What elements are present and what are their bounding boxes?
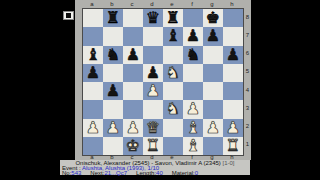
square-g3[interactable] bbox=[203, 100, 223, 118]
square-c8[interactable] bbox=[123, 9, 143, 27]
square-b3[interactable] bbox=[103, 100, 123, 118]
square-f7[interactable]: ♟ bbox=[183, 27, 203, 45]
info-no: No:543 bbox=[62, 170, 81, 176]
file-label-g: g bbox=[202, 0, 222, 8]
square-c3[interactable] bbox=[123, 100, 143, 118]
info-label: No: bbox=[62, 170, 71, 176]
square-e8[interactable]: ♜ bbox=[163, 9, 183, 27]
square-c2[interactable]: ♟ bbox=[123, 119, 143, 137]
square-h7[interactable] bbox=[223, 27, 243, 45]
black-pawn: ♟ bbox=[203, 27, 223, 45]
file-label-f: f bbox=[182, 0, 202, 8]
square-b2[interactable]: ♟ bbox=[103, 119, 123, 137]
square-h4[interactable] bbox=[223, 82, 243, 100]
info-label: Next: bbox=[90, 170, 104, 176]
square-h3[interactable] bbox=[223, 100, 243, 118]
rank-label-3: 3 bbox=[244, 105, 251, 111]
square-b4[interactable]: ♟ bbox=[103, 82, 123, 100]
square-e3[interactable]: ♞ bbox=[163, 100, 183, 118]
square-h5[interactable] bbox=[223, 64, 243, 82]
square-f6[interactable]: ♞ bbox=[183, 46, 203, 64]
rank-label-7: 7 bbox=[244, 32, 251, 38]
caption-bar: Onischuk, Alexander (2545) - Savon, Vlad… bbox=[60, 160, 250, 175]
white-knight: ♞ bbox=[163, 100, 183, 118]
black-pawn: ♟ bbox=[183, 27, 203, 45]
white-bishop: ♝ bbox=[183, 119, 203, 137]
status-line: No:543Next:21...Qc7Length:40Material:0 bbox=[62, 170, 250, 176]
black-knight: ♞ bbox=[183, 46, 203, 64]
rank-label-2: 2 bbox=[244, 123, 251, 129]
square-f5[interactable] bbox=[183, 64, 203, 82]
square-e7[interactable]: ♝ bbox=[163, 27, 183, 45]
side-to-move-indicator bbox=[63, 11, 74, 20]
file-labels-bottom: abcdefgh bbox=[82, 153, 242, 160]
info-next: Next:21...Qc7 bbox=[90, 170, 127, 176]
square-a8[interactable] bbox=[83, 9, 103, 27]
rank-label-8: 8 bbox=[244, 14, 251, 20]
square-d8[interactable]: ♛ bbox=[143, 9, 163, 27]
square-a2[interactable]: ♟ bbox=[83, 119, 103, 137]
black-queen: ♛ bbox=[143, 9, 163, 27]
square-g6[interactable] bbox=[203, 46, 223, 64]
rank-label-5: 5 bbox=[244, 68, 251, 74]
info-value: 0 bbox=[195, 170, 198, 176]
result-text: [1-0] bbox=[223, 160, 235, 166]
square-h6[interactable]: ♟ bbox=[223, 46, 243, 64]
square-b8[interactable]: ♜ bbox=[103, 9, 123, 27]
square-e4[interactable] bbox=[163, 82, 183, 100]
square-d5[interactable]: ♟ bbox=[143, 64, 163, 82]
black-pawn: ♟ bbox=[223, 46, 243, 64]
square-c6[interactable]: ♟ bbox=[123, 46, 143, 64]
black-pawn: ♟ bbox=[143, 64, 163, 82]
file-label-b: b bbox=[102, 0, 122, 8]
black-pawn: ♟ bbox=[103, 82, 123, 100]
black-pawn: ♟ bbox=[123, 46, 143, 64]
file-label-d: d bbox=[142, 0, 162, 8]
info-material: Material:0 bbox=[172, 170, 198, 176]
white-pawn: ♟ bbox=[203, 119, 223, 137]
white-pawn: ♟ bbox=[103, 119, 123, 137]
info-value: 21...Qc7 bbox=[104, 170, 127, 176]
square-b7[interactable] bbox=[103, 27, 123, 45]
chess-board: ♜♛♜♚♝♟♟♝♞♟♞♟♟♟♞♟♟♞♟♟♟♟♛♝♟♟♚♜♝♜ bbox=[82, 8, 244, 156]
info-value: 543 bbox=[71, 170, 81, 176]
square-a6[interactable]: ♝ bbox=[83, 46, 103, 64]
app-window: abcdefgh ♜♛♜♚♝♟♟♝♞♟♞♟♟♟♞♟♟♞♟♟♟♟♛♝♟♟♚♜♝♜ … bbox=[0, 0, 320, 180]
square-a7[interactable] bbox=[83, 27, 103, 45]
white-pawn: ♟ bbox=[183, 100, 203, 118]
square-g7[interactable]: ♟ bbox=[203, 27, 223, 45]
black-bishop: ♝ bbox=[83, 46, 103, 64]
square-a4[interactable] bbox=[83, 82, 103, 100]
white-queen: ♛ bbox=[143, 119, 163, 137]
square-f2[interactable]: ♝ bbox=[183, 119, 203, 137]
info-value: 40 bbox=[156, 170, 163, 176]
white-pawn: ♟ bbox=[123, 119, 143, 137]
square-b5[interactable] bbox=[103, 64, 123, 82]
black-rook: ♜ bbox=[163, 9, 183, 27]
square-b6[interactable]: ♞ bbox=[103, 46, 123, 64]
file-label-e: e bbox=[162, 0, 182, 8]
rank-label-4: 4 bbox=[244, 87, 251, 93]
square-g2[interactable]: ♟ bbox=[203, 119, 223, 137]
black-king: ♚ bbox=[203, 9, 223, 27]
file-label-h: h bbox=[222, 0, 242, 8]
board-panel: abcdefgh ♜♛♜♚♝♟♟♝♞♟♞♟♟♟♞♟♟♞♟♟♟♟♛♝♟♟♚♜♝♜ … bbox=[75, 0, 251, 160]
square-g5[interactable] bbox=[203, 64, 223, 82]
black-rook: ♜ bbox=[103, 9, 123, 27]
square-d3[interactable] bbox=[143, 100, 163, 118]
square-g8[interactable]: ♚ bbox=[203, 9, 223, 27]
square-d2[interactable]: ♛ bbox=[143, 119, 163, 137]
black-pawn: ♟ bbox=[83, 64, 103, 82]
square-a3[interactable] bbox=[83, 100, 103, 118]
white-pawn: ♟ bbox=[223, 119, 243, 137]
black-to-move-icon bbox=[66, 13, 71, 18]
info-label: Material: bbox=[172, 170, 195, 176]
square-f3[interactable]: ♟ bbox=[183, 100, 203, 118]
square-f8[interactable] bbox=[183, 9, 203, 27]
square-d7[interactable] bbox=[143, 27, 163, 45]
file-label-c: c bbox=[122, 0, 142, 8]
square-h8[interactable] bbox=[223, 9, 243, 27]
square-h2[interactable]: ♟ bbox=[223, 119, 243, 137]
square-c5[interactable] bbox=[123, 64, 143, 82]
black-knight: ♞ bbox=[103, 46, 123, 64]
square-g4[interactable] bbox=[203, 82, 223, 100]
file-labels-top: abcdefgh bbox=[82, 0, 242, 8]
square-c4[interactable] bbox=[123, 82, 143, 100]
square-e5[interactable]: ♞ bbox=[163, 64, 183, 82]
white-pawn: ♟ bbox=[143, 82, 163, 100]
rank-label-6: 6 bbox=[244, 50, 251, 56]
info-length: Length:40 bbox=[136, 170, 163, 176]
file-label-a: a bbox=[82, 0, 102, 8]
square-d4[interactable]: ♟ bbox=[143, 82, 163, 100]
square-d6[interactable] bbox=[143, 46, 163, 64]
square-c7[interactable] bbox=[123, 27, 143, 45]
square-f4[interactable] bbox=[183, 82, 203, 100]
info-label: Length: bbox=[136, 170, 156, 176]
black-bishop: ♝ bbox=[163, 27, 183, 45]
square-e2[interactable] bbox=[163, 119, 183, 137]
white-knight: ♞ bbox=[163, 64, 183, 82]
square-e6[interactable] bbox=[163, 46, 183, 64]
white-pawn: ♟ bbox=[83, 119, 103, 137]
rank-label-1: 1 bbox=[244, 141, 251, 147]
square-a5[interactable]: ♟ bbox=[83, 64, 103, 82]
